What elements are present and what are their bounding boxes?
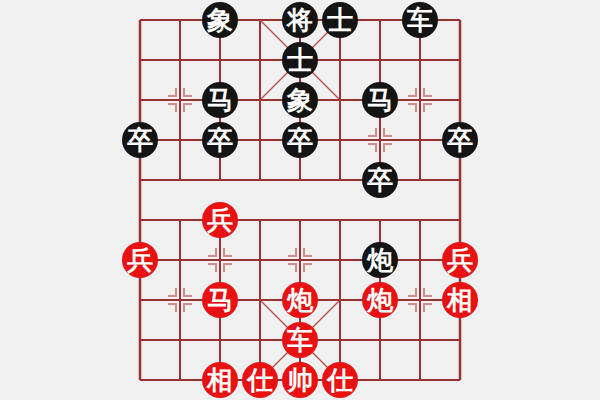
piece-black-soldier[interactable]: 卒 bbox=[200, 120, 240, 160]
piece-glyph: 兵 bbox=[442, 242, 478, 278]
piece-black-elephant[interactable]: 象 bbox=[280, 80, 320, 120]
piece-red-horse[interactable]: 马 bbox=[200, 280, 240, 320]
piece-glyph: 马 bbox=[362, 82, 398, 118]
piece-black-soldier[interactable]: 卒 bbox=[360, 160, 400, 200]
piece-red-advisor[interactable]: 仕 bbox=[320, 360, 360, 400]
piece-red-cannon[interactable]: 炮 bbox=[360, 280, 400, 320]
piece-glyph: 炮 bbox=[362, 282, 398, 318]
piece-black-advisor[interactable]: 士 bbox=[320, 0, 360, 40]
piece-red-soldier[interactable]: 兵 bbox=[120, 240, 160, 280]
piece-glyph: 卒 bbox=[282, 122, 318, 158]
piece-black-general[interactable]: 将 bbox=[280, 0, 320, 40]
piece-red-elephant[interactable]: 相 bbox=[200, 360, 240, 400]
piece-glyph: 士 bbox=[322, 2, 358, 38]
piece-glyph: 车 bbox=[402, 2, 438, 38]
piece-glyph: 马 bbox=[202, 282, 238, 318]
piece-red-soldier[interactable]: 兵 bbox=[440, 240, 480, 280]
piece-glyph: 炮 bbox=[362, 242, 398, 278]
piece-black-chariot[interactable]: 车 bbox=[400, 0, 440, 40]
piece-glyph: 将 bbox=[282, 2, 318, 38]
piece-red-elephant[interactable]: 相 bbox=[440, 280, 480, 320]
piece-black-soldier[interactable]: 卒 bbox=[440, 120, 480, 160]
piece-black-elephant[interactable]: 象 bbox=[200, 0, 240, 40]
piece-glyph: 兵 bbox=[122, 242, 158, 278]
piece-black-horse[interactable]: 马 bbox=[360, 80, 400, 120]
piece-glyph: 士 bbox=[282, 42, 318, 78]
piece-glyph: 仕 bbox=[322, 362, 358, 398]
piece-glyph: 炮 bbox=[282, 282, 318, 318]
piece-glyph: 象 bbox=[202, 2, 238, 38]
piece-black-soldier[interactable]: 卒 bbox=[120, 120, 160, 160]
piece-red-cannon[interactable]: 炮 bbox=[280, 280, 320, 320]
piece-glyph: 兵 bbox=[202, 202, 238, 238]
piece-red-soldier[interactable]: 兵 bbox=[200, 200, 240, 240]
piece-glyph: 卒 bbox=[362, 162, 398, 198]
xiangqi-board[interactable]: 象将士车士马象马卒卒卒卒卒兵兵炮兵马炮炮相车相仕帅仕 bbox=[0, 0, 600, 400]
piece-glyph: 相 bbox=[442, 282, 478, 318]
piece-black-advisor[interactable]: 士 bbox=[280, 40, 320, 80]
piece-glyph: 相 bbox=[202, 362, 238, 398]
piece-black-horse[interactable]: 马 bbox=[200, 80, 240, 120]
piece-glyph: 象 bbox=[282, 82, 318, 118]
piece-red-general[interactable]: 帅 bbox=[280, 360, 320, 400]
piece-red-chariot[interactable]: 车 bbox=[280, 320, 320, 360]
piece-glyph: 马 bbox=[202, 82, 238, 118]
piece-glyph: 卒 bbox=[202, 122, 238, 158]
piece-glyph: 帅 bbox=[282, 362, 318, 398]
piece-glyph: 卒 bbox=[122, 122, 158, 158]
pieces-layer: 象将士车士马象马卒卒卒卒卒兵兵炮兵马炮炮相车相仕帅仕 bbox=[120, 0, 480, 400]
piece-black-soldier[interactable]: 卒 bbox=[280, 120, 320, 160]
piece-glyph: 车 bbox=[282, 322, 318, 358]
piece-black-cannon[interactable]: 炮 bbox=[360, 240, 400, 280]
piece-glyph: 仕 bbox=[242, 362, 278, 398]
piece-glyph: 卒 bbox=[442, 122, 478, 158]
piece-red-advisor[interactable]: 仕 bbox=[240, 360, 280, 400]
